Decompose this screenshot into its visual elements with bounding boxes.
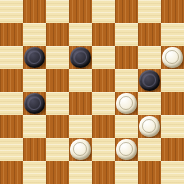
square-g1[interactable]	[138, 161, 161, 184]
white-man-h6[interactable]	[162, 47, 183, 68]
white-man-f2[interactable]	[116, 139, 137, 160]
square-f2[interactable]	[115, 138, 138, 161]
square-g4	[138, 92, 161, 115]
square-f1	[115, 161, 138, 184]
square-d4[interactable]	[69, 92, 92, 115]
square-h5	[161, 69, 184, 92]
square-b4[interactable]	[23, 92, 46, 115]
square-f8[interactable]	[115, 0, 138, 23]
square-e3[interactable]	[92, 115, 115, 138]
square-c3[interactable]	[46, 115, 69, 138]
square-e4	[92, 92, 115, 115]
square-d5	[69, 69, 92, 92]
square-e7[interactable]	[92, 23, 115, 46]
square-h1	[161, 161, 184, 184]
square-a2	[0, 138, 23, 161]
square-d2[interactable]	[69, 138, 92, 161]
square-d7	[69, 23, 92, 46]
square-e6	[92, 46, 115, 69]
square-a1[interactable]	[0, 161, 23, 184]
square-a4	[0, 92, 23, 115]
white-man-f4[interactable]	[116, 93, 137, 114]
square-c7[interactable]	[46, 23, 69, 46]
square-g6	[138, 46, 161, 69]
square-e1[interactable]	[92, 161, 115, 184]
black-man-g5[interactable]	[139, 70, 160, 91]
square-d6[interactable]	[69, 46, 92, 69]
white-man-g3[interactable]	[139, 116, 160, 137]
square-a8	[0, 0, 23, 23]
square-e8	[92, 0, 115, 23]
black-man-b6[interactable]	[24, 47, 45, 68]
square-d8[interactable]	[69, 0, 92, 23]
square-b2[interactable]	[23, 138, 46, 161]
square-b3	[23, 115, 46, 138]
square-b5	[23, 69, 46, 92]
square-c5[interactable]	[46, 69, 69, 92]
square-c8	[46, 0, 69, 23]
square-b1	[23, 161, 46, 184]
square-f6[interactable]	[115, 46, 138, 69]
black-man-d6[interactable]	[70, 47, 91, 68]
square-c1[interactable]	[46, 161, 69, 184]
checkers-board	[0, 0, 184, 184]
square-g7[interactable]	[138, 23, 161, 46]
square-g8	[138, 0, 161, 23]
black-man-b4[interactable]	[24, 93, 45, 114]
square-a5[interactable]	[0, 69, 23, 92]
square-g2	[138, 138, 161, 161]
square-c6	[46, 46, 69, 69]
square-e5[interactable]	[92, 69, 115, 92]
square-a6	[0, 46, 23, 69]
square-f3	[115, 115, 138, 138]
square-c4	[46, 92, 69, 115]
square-a3[interactable]	[0, 115, 23, 138]
square-b7	[23, 23, 46, 46]
square-h8[interactable]	[161, 0, 184, 23]
square-b8[interactable]	[23, 0, 46, 23]
square-f7	[115, 23, 138, 46]
square-f4[interactable]	[115, 92, 138, 115]
square-f5	[115, 69, 138, 92]
square-d1	[69, 161, 92, 184]
square-d3	[69, 115, 92, 138]
square-h4[interactable]	[161, 92, 184, 115]
square-g5[interactable]	[138, 69, 161, 92]
square-h2[interactable]	[161, 138, 184, 161]
square-h7	[161, 23, 184, 46]
square-h6[interactable]	[161, 46, 184, 69]
white-man-d2[interactable]	[70, 139, 91, 160]
square-h3	[161, 115, 184, 138]
square-b6[interactable]	[23, 46, 46, 69]
square-e2	[92, 138, 115, 161]
square-g3[interactable]	[138, 115, 161, 138]
square-c2	[46, 138, 69, 161]
square-a7[interactable]	[0, 23, 23, 46]
